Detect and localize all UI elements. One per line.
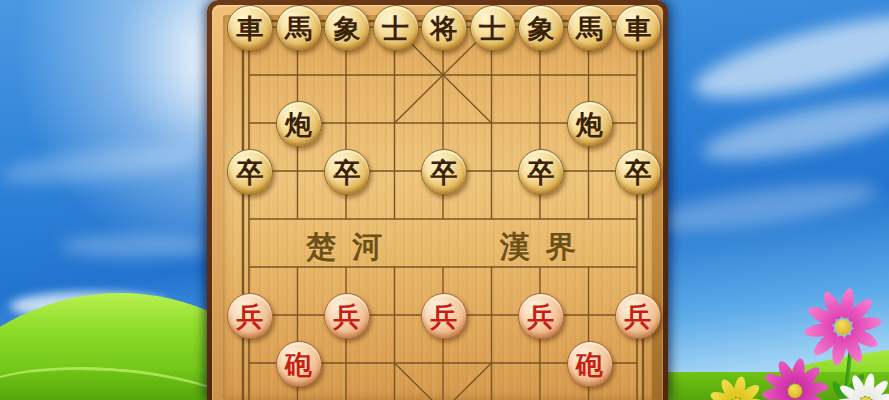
piece-glyph: 兵 bbox=[237, 304, 264, 331]
piece-black-soldier[interactable]: 卒 bbox=[324, 149, 370, 195]
piece-black-soldier[interactable]: 卒 bbox=[227, 149, 273, 195]
piece-glyph: 車 bbox=[625, 16, 652, 43]
piece-red-soldier[interactable]: 兵 bbox=[227, 293, 273, 339]
piece-red-cannon[interactable]: 砲 bbox=[276, 341, 322, 387]
piece-black-cannon[interactable]: 炮 bbox=[567, 101, 613, 147]
river-label-chu: 楚河 bbox=[269, 226, 419, 268]
piece-black-elephant[interactable]: 象 bbox=[518, 5, 564, 51]
piece-glyph: 炮 bbox=[285, 112, 312, 139]
piece-black-chariot[interactable]: 車 bbox=[615, 5, 661, 51]
piece-red-soldier[interactable]: 兵 bbox=[518, 293, 564, 339]
flower-center bbox=[835, 319, 851, 335]
piece-black-advisor[interactable]: 士 bbox=[373, 5, 419, 51]
piece-glyph: 卒 bbox=[334, 160, 361, 187]
piece-black-soldier[interactable]: 卒 bbox=[421, 149, 467, 195]
piece-black-soldier[interactable]: 卒 bbox=[518, 149, 564, 195]
piece-glyph: 卒 bbox=[528, 160, 555, 187]
piece-red-soldier[interactable]: 兵 bbox=[615, 293, 661, 339]
piece-glyph: 卒 bbox=[237, 160, 264, 187]
river-label-han: 漢界 bbox=[463, 226, 613, 268]
piece-glyph: 象 bbox=[528, 16, 555, 43]
piece-glyph: 士 bbox=[479, 16, 506, 43]
piece-black-advisor[interactable]: 士 bbox=[470, 5, 516, 51]
piece-glyph: 炮 bbox=[576, 112, 603, 139]
flower-center bbox=[788, 384, 802, 398]
piece-glyph: 卒 bbox=[431, 160, 458, 187]
xiangqi-board[interactable]: 楚河 漢界 車馬象士将士象馬車炮炮卒卒卒卒卒兵兵兵兵兵砲砲 bbox=[207, 0, 668, 400]
piece-glyph: 士 bbox=[382, 16, 409, 43]
piece-black-chariot[interactable]: 車 bbox=[227, 5, 273, 51]
piece-red-soldier[interactable]: 兵 bbox=[324, 293, 370, 339]
piece-glyph: 兵 bbox=[625, 304, 652, 331]
piece-red-soldier[interactable]: 兵 bbox=[421, 293, 467, 339]
piece-black-elephant[interactable]: 象 bbox=[324, 5, 370, 51]
piece-glyph: 兵 bbox=[528, 304, 555, 331]
piece-glyph: 兵 bbox=[334, 304, 361, 331]
piece-glyph: 兵 bbox=[431, 304, 458, 331]
piece-glyph: 卒 bbox=[625, 160, 652, 187]
cloud bbox=[60, 235, 210, 257]
piece-black-horse[interactable]: 馬 bbox=[276, 5, 322, 51]
piece-glyph: 馬 bbox=[285, 16, 312, 43]
game-screen: 楚河 漢界 車馬象士将士象馬車炮炮卒卒卒卒卒兵兵兵兵兵砲砲 bbox=[0, 0, 889, 400]
piece-glyph: 車 bbox=[237, 16, 264, 43]
piece-red-cannon[interactable]: 砲 bbox=[567, 341, 613, 387]
piece-glyph: 将 bbox=[431, 16, 458, 43]
piece-black-horse[interactable]: 馬 bbox=[567, 5, 613, 51]
piece-black-cannon[interactable]: 炮 bbox=[276, 101, 322, 147]
board-grid-lines bbox=[207, 0, 668, 400]
piece-glyph: 砲 bbox=[285, 352, 312, 379]
piece-black-general[interactable]: 将 bbox=[421, 5, 467, 51]
piece-glyph: 馬 bbox=[576, 16, 603, 43]
piece-glyph: 象 bbox=[334, 16, 361, 43]
piece-black-soldier[interactable]: 卒 bbox=[615, 149, 661, 195]
piece-glyph: 砲 bbox=[576, 352, 603, 379]
